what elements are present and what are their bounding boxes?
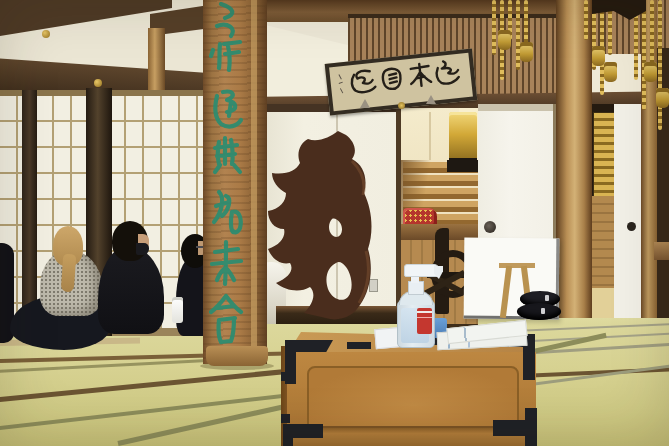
small-white-bottle — [172, 297, 183, 323]
gold-lantern-ornament-icon — [656, 88, 669, 108]
plaque-calligraphy-strokes — [329, 54, 464, 104]
inner-floor-glow — [592, 288, 614, 322]
cushion-tag — [545, 295, 549, 301]
gold-lantern-ornament-icon — [644, 62, 657, 82]
gold-nail-cover-icon — [42, 30, 50, 38]
gold-nail-cover-icon — [94, 79, 102, 87]
iron-hinge-plate — [347, 342, 371, 349]
temple-hall-photo — [0, 0, 669, 446]
iron-side-fitting — [281, 414, 290, 423]
pillar-highlight-edge — [251, 0, 257, 364]
meditation-cushion — [517, 303, 561, 320]
gold-strand — [650, 0, 654, 70]
pillar-green-calligraphy — [209, 2, 247, 348]
gold-altar-fitting — [593, 112, 615, 198]
gold-lantern-ornament-icon — [592, 46, 605, 66]
sanitizer-neck — [408, 281, 424, 295]
wall-ledge — [654, 242, 669, 260]
golden-shrine — [449, 112, 477, 162]
gold-lantern-ornament-icon — [520, 42, 533, 62]
door-pull-icon — [627, 222, 636, 231]
door-pull-icon — [484, 221, 496, 233]
driftwood-sculpture — [266, 131, 398, 324]
gold-strand — [584, 0, 588, 40]
golden-shrine-base — [447, 160, 478, 172]
gold-strand — [642, 0, 646, 110]
altar-wood-panel — [592, 196, 614, 288]
iron-corner-bracket — [283, 424, 293, 446]
cushion-tag — [541, 308, 545, 314]
gold-lantern-ornament-icon — [498, 30, 511, 50]
iron-corner-bracket — [525, 408, 537, 446]
wooden-stand-bar — [499, 263, 535, 268]
chest-front-panel — [307, 366, 519, 432]
sliding-door-top-rail — [478, 104, 558, 111]
gold-strand — [492, 0, 496, 55]
iron-side-fitting — [281, 372, 290, 381]
gold-strand — [658, 0, 662, 130]
gold-lantern-ornament-icon — [604, 62, 617, 82]
pillar-base — [206, 346, 268, 366]
face-mask — [136, 243, 149, 255]
sliding-door-white-right — [614, 104, 641, 318]
gold-strand — [516, 0, 520, 70]
seated-woman-ponytail — [61, 254, 77, 293]
gold-knob-icon — [398, 102, 405, 109]
sanitizer-red-label — [417, 308, 432, 334]
